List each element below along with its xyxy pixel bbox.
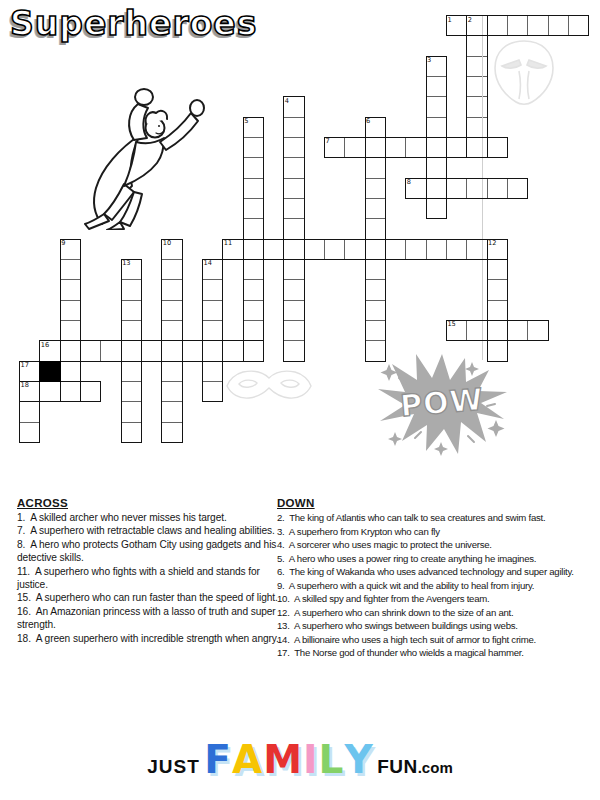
pow-dash-2 <box>487 404 495 406</box>
grid-number-1: 1 <box>447 16 451 24</box>
down-clue-list: 2. The king of Atlantis who can talk to … <box>277 511 599 660</box>
cell-r16c2[interactable] <box>60 340 81 361</box>
cell-r11c16[interactable] <box>344 239 365 260</box>
grid-number-8: 8 <box>407 178 411 186</box>
cell-r6c23[interactable] <box>487 137 508 158</box>
grid-number-13: 13 <box>122 259 130 267</box>
pow-text: POW <box>399 381 485 423</box>
cell-r14c13[interactable] <box>283 300 304 321</box>
cell-r16c9[interactable] <box>202 340 223 361</box>
pow-dash-3 <box>415 432 421 438</box>
footer-family-letter-I: I <box>303 737 318 782</box>
cell-r13c23[interactable] <box>487 279 508 300</box>
cell-r13c13[interactable] <box>283 279 304 300</box>
cell-r11c22[interactable] <box>466 239 487 260</box>
cell-r9c20[interactable] <box>426 198 447 219</box>
cell-r12c23[interactable] <box>487 259 508 280</box>
cell-r4c20[interactable] <box>426 96 447 117</box>
footer-fun-text: FUN <box>377 756 418 778</box>
down-header: DOWN <box>277 497 599 509</box>
cell-r10c11[interactable] <box>243 218 264 239</box>
clue-down-4: 4. A sorcerer who uses magic to protect … <box>277 538 599 552</box>
cell-r16c8[interactable] <box>182 340 203 361</box>
cell-r16c6[interactable] <box>141 340 162 361</box>
clue-down-14: 14. A billionaire who uses a high tech s… <box>277 633 599 647</box>
across-clues: ACROSS 1. A skilled archer who never mis… <box>17 497 279 645</box>
footer-family-letter-F: F <box>204 737 231 782</box>
cell-r15c11[interactable] <box>243 320 264 341</box>
clue-down-12: 12. A superhero who can shrink down to t… <box>277 606 599 620</box>
down-clues: DOWN 2. The king of Atlantis who can tal… <box>277 497 599 660</box>
pow-sparkle-4 <box>388 432 402 446</box>
cell-r11c14[interactable] <box>304 239 325 260</box>
cell-r3c20[interactable] <box>426 76 447 97</box>
cell-r15c17[interactable] <box>365 320 386 341</box>
pow-sparkle-2 <box>465 362 479 376</box>
cell-r6c16[interactable] <box>344 137 365 158</box>
cell-r15c22[interactable] <box>466 320 487 341</box>
pow-sparkle-5 <box>434 442 448 456</box>
cell-r11c18[interactable] <box>385 239 406 260</box>
cell-r11c21[interactable] <box>446 239 467 260</box>
cell-r6c22[interactable] <box>466 137 487 158</box>
clue-down-10: 10. A skilled spy and fighter from the A… <box>277 592 599 606</box>
cell-r7c13[interactable] <box>283 157 304 178</box>
pow-sparkle-3 <box>488 420 505 437</box>
cell-r10c13[interactable] <box>283 218 304 239</box>
clue-down-3: 3. A superhero from Krypton who can fly <box>277 525 599 539</box>
cell-r13c17[interactable] <box>365 279 386 300</box>
clue-across-7: 7. A superhero with retractable claws an… <box>17 524 279 537</box>
cell-r9c13[interactable] <box>283 198 304 219</box>
cell-r11c20[interactable] <box>426 239 447 260</box>
cell-r18c5[interactable] <box>121 381 142 402</box>
clue-across-8: 8. A hero who protects Gotham City using… <box>17 538 279 565</box>
grid-number-12: 12 <box>488 239 496 247</box>
cell-r5c22[interactable] <box>466 117 487 138</box>
cell-r16c11[interactable] <box>243 340 264 361</box>
cell-r19c5[interactable] <box>121 401 142 422</box>
cell-r8c22[interactable] <box>466 178 487 199</box>
cell-r11c12[interactable] <box>263 239 284 260</box>
cell-r6c18[interactable] <box>385 137 406 158</box>
footer-family-letter-A: A <box>232 737 262 782</box>
cell-r14c2[interactable] <box>60 300 81 321</box>
cell-r8c24[interactable] <box>507 178 528 199</box>
cell-r6c21[interactable] <box>446 137 467 158</box>
cell-r13c7[interactable] <box>161 279 182 300</box>
cell-r19c0[interactable] <box>19 401 40 422</box>
footer-com-text: .com <box>418 759 453 776</box>
cell-r16c7[interactable] <box>161 340 182 361</box>
grid-number-2: 2 <box>468 16 472 24</box>
cell-r16c3[interactable] <box>80 340 101 361</box>
grid-number-3: 3 <box>427 56 431 64</box>
crossword-page: { "game": "crossword", "title": "Superhe… <box>0 0 600 800</box>
cell-r14c11[interactable] <box>243 300 264 321</box>
cell-r0c27[interactable] <box>568 15 589 36</box>
pow-burst-art: POW <box>375 350 510 458</box>
cell-r7c20[interactable] <box>426 157 447 178</box>
grid-number-18: 18 <box>21 381 29 389</box>
clue-down-2: 2. The king of Atlantis who can talk to … <box>277 511 599 525</box>
cell-r11c15[interactable] <box>324 239 345 260</box>
footer-family-letter-Y: Y <box>344 737 372 782</box>
cell-r20c5[interactable] <box>121 422 142 443</box>
clue-across-18: 18. A green superhero with incredible st… <box>17 632 279 645</box>
cell-r14c7[interactable] <box>161 300 182 321</box>
cell-r8c23[interactable] <box>487 178 508 199</box>
cell-r18c7[interactable] <box>161 381 182 402</box>
cell-r11c17[interactable] <box>365 239 386 260</box>
cell-r12c17[interactable] <box>365 259 386 280</box>
cell-r15c13[interactable] <box>283 320 304 341</box>
clue-down-17: 17. The Norse god of thunder who wields … <box>277 646 599 660</box>
cell-r8c17[interactable] <box>365 178 386 199</box>
domino-mask-art <box>225 366 313 402</box>
footer-logo: JUST FAMILY FUN .com <box>0 740 600 779</box>
cell-r17c2[interactable] <box>60 361 81 382</box>
cell-r6c17[interactable] <box>365 137 386 158</box>
cell-r15c5[interactable] <box>121 320 142 341</box>
cell-r5c13[interactable] <box>283 117 304 138</box>
cell-r17c7[interactable] <box>161 361 182 382</box>
cell-r15c25[interactable] <box>527 320 548 341</box>
cell-r15c23[interactable] <box>487 320 508 341</box>
cell-r12c2[interactable] <box>60 259 81 280</box>
cell-r9c17[interactable] <box>365 198 386 219</box>
cell-r12c13[interactable] <box>283 259 304 280</box>
cell-r18c1[interactable] <box>39 381 60 402</box>
cell-r12c11[interactable] <box>243 259 264 280</box>
cell-r5c20[interactable] <box>426 117 447 138</box>
cell-r10c17[interactable] <box>365 218 386 239</box>
footer-family-text: FAMILY <box>204 740 373 779</box>
grid-number-7: 7 <box>325 137 329 145</box>
cell-r16c13[interactable] <box>283 340 304 361</box>
cell-r3c22[interactable] <box>466 76 487 97</box>
clue-down-13: 13. A superhero who swings between build… <box>277 619 599 633</box>
cell-r0c25[interactable] <box>527 15 548 36</box>
cell-r16c5[interactable] <box>121 340 142 361</box>
cell-r18c2[interactable] <box>60 381 81 402</box>
domino-eye-left <box>239 380 257 387</box>
cell-r7c17[interactable] <box>365 157 386 178</box>
cell-r13c2[interactable] <box>60 279 81 300</box>
cell-r9c11[interactable] <box>243 198 264 219</box>
across-clue-list: 1. A skilled archer who never misses his… <box>17 511 279 645</box>
footer-family-letter-L: L <box>319 737 344 782</box>
grid-number-15: 15 <box>447 320 455 328</box>
cell-r0c26[interactable] <box>548 15 569 36</box>
cell-r11c11[interactable] <box>243 239 264 260</box>
cell-r17c9[interactable] <box>202 361 223 382</box>
grid-number-10: 10 <box>163 239 171 247</box>
domino-eye-right <box>281 380 299 387</box>
across-header: ACROSS <box>17 497 279 509</box>
clue-down-9: 9. A superhero with a quick wit and the … <box>277 579 599 593</box>
grid-number-5: 5 <box>244 117 248 125</box>
grid-number-14: 14 <box>203 259 211 267</box>
cell-r14c9[interactable] <box>202 300 223 321</box>
grid-number-16: 16 <box>41 341 49 349</box>
clue-across-16: 16. An Amazonian princess with a lasso o… <box>17 605 279 632</box>
clue-across-15: 15. A superhero who can run faster than … <box>17 591 279 604</box>
cell-r8c21[interactable] <box>446 178 467 199</box>
cell-r11c19[interactable] <box>405 239 426 260</box>
cell-r19c7[interactable] <box>161 401 182 422</box>
cell-r15c7[interactable] <box>161 320 182 341</box>
cell-r13c11[interactable] <box>243 279 264 300</box>
footer-family-letter-M: M <box>263 737 302 782</box>
grid-number-17: 17 <box>21 361 29 369</box>
grid-artifact-line <box>482 15 483 360</box>
cell-r13c5[interactable] <box>121 279 142 300</box>
cell-r2c22[interactable] <box>466 56 487 77</box>
blocked-cell-r17c1 <box>39 361 60 382</box>
cell-r8c11[interactable] <box>243 178 264 199</box>
cell-r8c13[interactable] <box>283 178 304 199</box>
cell-r14c17[interactable] <box>365 300 386 321</box>
cell-r15c2[interactable] <box>60 320 81 341</box>
grid-number-9: 9 <box>61 239 65 247</box>
grid-number-11: 11 <box>224 239 232 247</box>
cell-r14c23[interactable] <box>487 300 508 321</box>
cell-r16c4[interactable] <box>100 340 121 361</box>
cell-r15c9[interactable] <box>202 320 223 341</box>
cell-r6c20[interactable] <box>426 137 447 158</box>
cell-r18c9[interactable] <box>202 381 223 402</box>
cell-r20c7[interactable] <box>161 422 182 443</box>
cell-r8c20[interactable] <box>426 178 447 199</box>
cell-r7c11[interactable] <box>243 157 264 178</box>
cell-r0c23[interactable] <box>487 15 508 36</box>
clue-across-1: 1. A skilled archer who never misses his… <box>17 511 279 524</box>
grid-number-4: 4 <box>285 97 289 105</box>
cell-r1c22[interactable] <box>466 35 487 56</box>
cell-r6c19[interactable] <box>405 137 426 158</box>
clue-down-5: 5. A hero who uses a power ring to creat… <box>277 552 599 566</box>
cell-r13c9[interactable] <box>202 279 223 300</box>
pow-dash-4 <box>468 436 474 442</box>
cell-r14c5[interactable] <box>121 300 142 321</box>
cell-r12c7[interactable] <box>161 259 182 280</box>
cell-r11c13[interactable] <box>283 239 304 260</box>
clue-across-11: 11. A superhero who fights with a shield… <box>17 565 279 592</box>
cell-r4c22[interactable] <box>466 96 487 117</box>
clue-down-6: 6. The king of Wakanda who uses advanced… <box>277 565 599 579</box>
cell-r0c24[interactable] <box>507 15 528 36</box>
cell-r6c13[interactable] <box>283 137 304 158</box>
cell-r15c24[interactable] <box>507 320 528 341</box>
grid-number-6: 6 <box>366 117 370 125</box>
footer-just-text: JUST <box>147 756 200 778</box>
cell-r18c3[interactable] <box>80 381 101 402</box>
cell-r6c11[interactable] <box>243 137 264 158</box>
cell-r20c0[interactable] <box>19 422 40 443</box>
cell-r16c10[interactable] <box>222 340 243 361</box>
cell-r17c5[interactable] <box>121 361 142 382</box>
